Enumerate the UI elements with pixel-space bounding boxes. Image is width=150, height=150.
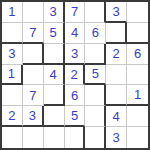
clue-digit: 4 [71,26,78,39]
clue-digit: 3 [71,47,78,60]
cell-r1c6[interactable]: 3 [106,2,127,23]
clue-digit: 3 [113,131,120,144]
cell-r4c5[interactable]: 5 [85,65,106,86]
cell-r6c7[interactable] [127,106,148,127]
clue-digit: 1 [8,67,15,80]
cell-r6c6[interactable]: 4 [106,106,127,127]
cell-r1c4[interactable]: 7 [65,2,86,23]
clue-digit: 6 [71,89,78,102]
clue-digit: 7 [29,89,36,102]
cell-r7c7[interactable] [127,127,148,148]
cell-r6c2[interactable]: 3 [23,106,44,127]
cell-r1c2[interactable] [23,2,44,23]
clue-digit: 4 [113,110,120,123]
cell-r6c3[interactable] [44,106,65,127]
cell-r2c3[interactable]: 5 [44,23,65,44]
clue-digit: 6 [92,26,99,39]
cell-r1c3[interactable]: 3 [44,2,65,23]
cell-r3c7[interactable]: 6 [127,44,148,65]
cell-r5c1[interactable] [2,85,23,106]
cell-r3c2[interactable] [23,44,44,65]
clue-digit: 4 [50,68,57,81]
cell-r2c1[interactable] [2,23,23,44]
cell-r7c5[interactable] [85,127,106,148]
clue-digit: 5 [92,67,99,80]
cell-r7c6[interactable]: 3 [106,127,127,148]
clue-digit: 3 [8,47,15,60]
clue-digit: 3 [29,109,36,122]
clue-digit: 1 [134,88,141,101]
clue-digit: 1 [8,5,15,18]
clue-digit: 7 [29,26,36,39]
cell-r6c4[interactable]: 5 [65,106,86,127]
cell-r5c2[interactable]: 7 [23,85,44,106]
cell-r5c3[interactable] [44,85,65,106]
cell-r5c5[interactable] [85,85,106,106]
clue-digit: 3 [113,5,120,18]
cell-r3c4[interactable]: 3 [65,44,86,65]
cell-r3c5[interactable] [85,44,106,65]
cell-r5c7[interactable]: 1 [127,85,148,106]
cell-r7c2[interactable] [23,127,44,148]
cell-r1c1[interactable]: 1 [2,2,23,23]
cell-r6c1[interactable]: 2 [2,106,23,127]
cell-r1c5[interactable] [85,2,106,23]
cell-r4c4[interactable]: 2 [65,65,86,86]
cell-r3c3[interactable] [44,44,65,65]
cell-r2c2[interactable]: 7 [23,23,44,44]
cell-r3c6[interactable]: 2 [106,44,127,65]
clue-digit: 3 [50,5,57,18]
cell-r2c4[interactable]: 4 [65,23,86,44]
cell-r6c5[interactable] [85,106,106,127]
clue-digit: 2 [113,47,120,60]
clue-digit: 7 [71,5,78,18]
clue-digit: 2 [70,68,77,81]
clue-digit: 6 [134,47,141,60]
cell-r7c4[interactable] [65,127,86,148]
cell-r4c6[interactable] [106,65,127,86]
cell-r5c4[interactable]: 6 [65,85,86,106]
cell-r5c6[interactable] [106,85,127,106]
puzzle-board: 137375463326142576123543 [0,0,150,150]
cell-r3c1[interactable]: 3 [2,44,23,65]
cell-r4c7[interactable] [127,65,148,86]
cell-r4c2[interactable] [23,65,44,86]
clue-digit: 5 [50,26,57,39]
cell-r4c1[interactable]: 1 [2,65,23,86]
cell-r7c1[interactable] [2,127,23,148]
clue-digit: 2 [8,109,15,122]
cell-r1c7[interactable] [127,2,148,23]
cell-r4c3[interactable]: 4 [44,65,65,86]
cell-r2c6[interactable] [106,23,127,44]
cell-r2c5[interactable]: 6 [85,23,106,44]
cell-r2c7[interactable] [127,23,148,44]
cell-r7c3[interactable] [44,127,65,148]
clue-digit: 5 [71,109,78,122]
